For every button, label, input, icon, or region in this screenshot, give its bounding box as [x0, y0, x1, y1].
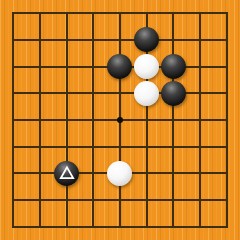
grid-line-horizontal: [12, 39, 26, 41]
grid-line-vertical: [226, 53, 228, 80]
grid-line-vertical: [199, 12, 201, 26]
intersection-C6[interactable]: [53, 80, 80, 107]
grid-line-vertical: [92, 133, 94, 160]
grid-line-vertical: [199, 213, 201, 227]
grid-line-vertical: [199, 160, 201, 187]
grid-line-vertical: [39, 133, 41, 160]
grid-line-vertical: [199, 80, 201, 107]
intersection-G1[interactable]: [160, 213, 187, 240]
intersection-E6[interactable]: [107, 80, 134, 107]
intersection-J8[interactable]: [213, 27, 240, 54]
intersection-E2[interactable]: [107, 187, 134, 214]
intersection-B7[interactable]: [27, 53, 54, 80]
intersection-A3[interactable]: [0, 160, 27, 187]
white-stone: [107, 161, 132, 186]
intersection-B4[interactable]: [27, 133, 54, 160]
grid-line-vertical: [226, 133, 228, 160]
grid-line-vertical: [66, 27, 68, 54]
grid-line-vertical: [12, 160, 14, 187]
black-stone: [54, 161, 79, 186]
intersection-D2[interactable]: [80, 187, 107, 214]
intersection-H3[interactable]: [187, 160, 214, 187]
grid-line-horizontal: [12, 172, 26, 174]
white-stone: [134, 54, 159, 79]
grid-line-vertical: [39, 213, 41, 227]
grid-line-vertical: [92, 160, 94, 187]
grid-line-vertical: [226, 80, 228, 107]
grid-line-vertical: [12, 80, 14, 107]
intersection-H1[interactable]: [187, 213, 214, 240]
intersection-J1[interactable]: [213, 213, 240, 240]
intersection-C5[interactable]: [53, 107, 80, 134]
grid-line-vertical: [12, 12, 14, 26]
grid-line-vertical: [92, 12, 94, 26]
black-stone: [107, 54, 132, 79]
grid-line-vertical: [146, 12, 148, 26]
intersection-D9[interactable]: [80, 0, 107, 27]
grid-line-horizontal: [12, 199, 26, 201]
grid-line-vertical: [12, 107, 14, 134]
star-point: [117, 117, 123, 123]
intersection-B2[interactable]: [27, 187, 54, 214]
intersection-C1[interactable]: [53, 213, 80, 240]
intersection-D4[interactable]: [80, 133, 107, 160]
intersection-J9[interactable]: [213, 0, 240, 27]
intersection-F4[interactable]: [133, 133, 160, 160]
intersection-D3[interactable]: [80, 160, 107, 187]
grid-line-vertical: [146, 107, 148, 134]
grid-line-vertical: [92, 213, 94, 227]
grid-line-vertical: [199, 107, 201, 134]
grid-line-vertical: [226, 107, 228, 134]
grid-line-vertical: [39, 160, 41, 187]
intersection-J2[interactable]: [213, 187, 240, 214]
grid-line-horizontal: [12, 12, 26, 14]
intersection-D7[interactable]: [80, 53, 107, 80]
intersection-H9[interactable]: [187, 0, 214, 27]
intersection-F8[interactable]: [133, 27, 160, 54]
intersection-C7[interactable]: [53, 53, 80, 80]
intersection-H2[interactable]: [187, 187, 214, 214]
grid-line-vertical: [12, 187, 14, 214]
grid-line-vertical: [119, 80, 121, 107]
grid-line-vertical: [119, 133, 121, 160]
intersection-C3[interactable]: [53, 160, 80, 187]
grid-line-vertical: [39, 107, 41, 134]
grid-line-vertical: [39, 53, 41, 80]
intersection-A6[interactable]: [0, 80, 27, 107]
intersection-D5[interactable]: [80, 107, 107, 134]
intersection-G2[interactable]: [160, 187, 187, 214]
grid-line-vertical: [172, 133, 174, 160]
grid-line-vertical: [66, 133, 68, 160]
grid-line-vertical: [66, 53, 68, 80]
intersection-C9[interactable]: [53, 0, 80, 27]
intersection-A4[interactable]: [0, 133, 27, 160]
intersection-J3[interactable]: [213, 160, 240, 187]
intersection-F9[interactable]: [133, 0, 160, 27]
grid-line-vertical: [199, 53, 201, 80]
intersection-F5[interactable]: [133, 107, 160, 134]
grid-line-vertical: [12, 213, 14, 227]
grid-line-vertical: [172, 213, 174, 227]
intersection-G3[interactable]: [160, 160, 187, 187]
grid-line-vertical: [199, 187, 201, 214]
intersection-J7[interactable]: [213, 53, 240, 80]
intersection-H7[interactable]: [187, 53, 214, 80]
intersection-E3[interactable]: [107, 160, 134, 187]
grid-line-vertical: [12, 27, 14, 54]
intersection-J6[interactable]: [213, 80, 240, 107]
intersection-G8[interactable]: [160, 27, 187, 54]
grid-line-vertical: [199, 27, 201, 54]
triangle-mark-icon: [58, 164, 76, 182]
grid-line-vertical: [12, 133, 14, 160]
intersection-A9[interactable]: [0, 0, 27, 27]
grid-line-vertical: [66, 213, 68, 227]
intersection-G9[interactable]: [160, 0, 187, 27]
grid-line-vertical: [226, 160, 228, 187]
intersection-E7[interactable]: [107, 53, 134, 80]
intersection-A7[interactable]: [0, 53, 27, 80]
intersection-B3[interactable]: [27, 160, 54, 187]
grid-line-vertical: [146, 213, 148, 227]
grid-line-vertical: [66, 107, 68, 134]
intersection-H5[interactable]: [187, 107, 214, 134]
intersection-J5[interactable]: [213, 107, 240, 134]
grid-line-horizontal: [12, 92, 26, 94]
grid-line-vertical: [199, 133, 201, 160]
intersection-F6[interactable]: [133, 80, 160, 107]
grid-line-vertical: [146, 133, 148, 160]
intersection-E5[interactable]: [107, 107, 134, 134]
grid-line-vertical: [92, 187, 94, 214]
grid-line-vertical: [119, 12, 121, 26]
intersection-G6[interactable]: [160, 80, 187, 107]
intersection-A1[interactable]: [0, 213, 27, 240]
grid-line-vertical: [172, 107, 174, 134]
intersection-B6[interactable]: [27, 80, 54, 107]
intersection-F1[interactable]: [133, 213, 160, 240]
intersection-B5[interactable]: [27, 107, 54, 134]
grid-line-vertical: [12, 53, 14, 80]
intersection-D8[interactable]: [80, 27, 107, 54]
intersection-B1[interactable]: [27, 213, 54, 240]
intersection-H6[interactable]: [187, 80, 214, 107]
intersection-H4[interactable]: [187, 133, 214, 160]
grid-line-vertical: [226, 187, 228, 214]
grid-line-vertical: [172, 187, 174, 214]
intersection-A5[interactable]: [0, 107, 27, 134]
grid-line-vertical: [39, 12, 41, 26]
black-stone: [134, 27, 159, 52]
grid-line-horizontal: [12, 226, 26, 228]
intersection-F2[interactable]: [133, 187, 160, 214]
go-board: [0, 0, 240, 240]
grid-line-vertical: [119, 213, 121, 227]
grid-line-vertical: [39, 80, 41, 107]
grid-line-vertical: [226, 12, 228, 26]
intersection-E4[interactable]: [107, 133, 134, 160]
grid-line-vertical: [146, 187, 148, 214]
intersection-F3[interactable]: [133, 160, 160, 187]
intersection-H8[interactable]: [187, 27, 214, 54]
intersection-G4[interactable]: [160, 133, 187, 160]
intersection-A8[interactable]: [0, 27, 27, 54]
grid-line-vertical: [172, 12, 174, 26]
grid-line-vertical: [66, 187, 68, 214]
intersection-D6[interactable]: [80, 80, 107, 107]
intersection-B9[interactable]: [27, 0, 54, 27]
grid-line-vertical: [92, 53, 94, 80]
grid-line-vertical: [39, 187, 41, 214]
grid-line-horizontal: [12, 146, 26, 148]
intersection-E1[interactable]: [107, 213, 134, 240]
intersection-B8[interactable]: [27, 27, 54, 54]
grid-line-vertical: [172, 27, 174, 54]
grid-line-vertical: [226, 213, 228, 227]
grid-line-horizontal: [12, 66, 26, 68]
grid-line-vertical: [226, 27, 228, 54]
grid-line-vertical: [66, 12, 68, 26]
grid-line-vertical: [119, 27, 121, 54]
intersection-A2[interactable]: [0, 187, 27, 214]
grid-line-vertical: [92, 80, 94, 107]
intersection-G5[interactable]: [160, 107, 187, 134]
grid-line-vertical: [66, 80, 68, 107]
grid-line-vertical: [39, 27, 41, 54]
grid-line-vertical: [172, 160, 174, 187]
intersection-C4[interactable]: [53, 133, 80, 160]
grid-line-vertical: [92, 27, 94, 54]
black-stone: [161, 81, 186, 106]
intersection-G7[interactable]: [160, 53, 187, 80]
intersection-C8[interactable]: [53, 27, 80, 54]
grid-line-vertical: [92, 107, 94, 134]
white-stone: [134, 81, 159, 106]
grid-line-vertical: [119, 187, 121, 214]
intersection-J4[interactable]: [213, 133, 240, 160]
intersection-E8[interactable]: [107, 27, 134, 54]
intersection-E9[interactable]: [107, 0, 134, 27]
grid-line-vertical: [146, 160, 148, 187]
intersection-F7[interactable]: [133, 53, 160, 80]
black-stone: [161, 54, 186, 79]
intersection-D1[interactable]: [80, 213, 107, 240]
intersection-C2[interactable]: [53, 187, 80, 214]
grid-line-horizontal: [12, 119, 26, 121]
